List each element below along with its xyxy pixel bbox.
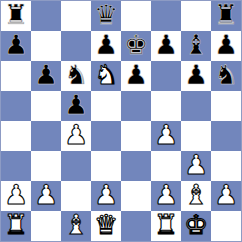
square-d1[interactable]: ♛: [91, 211, 121, 241]
piece-white-pawn[interactable]: ♟: [154, 180, 178, 210]
piece-white-pawn[interactable]: ♟: [94, 180, 118, 210]
square-g2[interactable]: ♝: [181, 181, 211, 211]
piece-white-bishop[interactable]: ♝: [64, 210, 88, 240]
square-a3[interactable]: [1, 151, 31, 181]
piece-black-pawn[interactable]: ♟: [34, 60, 58, 90]
piece-black-pawn[interactable]: ♟: [214, 30, 238, 60]
piece-white-pawn[interactable]: ♟: [184, 150, 208, 180]
square-e7[interactable]: ♚: [121, 31, 151, 61]
piece-black-pawn[interactable]: ♟: [94, 30, 118, 60]
square-b6[interactable]: ♟: [31, 61, 61, 91]
square-c4[interactable]: ♟: [61, 121, 91, 151]
piece-black-queen[interactable]: ♛: [94, 0, 118, 30]
piece-black-rook[interactable]: ♜: [4, 0, 28, 30]
square-e1[interactable]: [121, 211, 151, 241]
square-h8[interactable]: ♜: [211, 1, 241, 31]
square-h6[interactable]: ♞: [211, 61, 241, 91]
square-b2[interactable]: ♟: [31, 181, 61, 211]
square-f1[interactable]: ♜: [151, 211, 181, 241]
square-f7[interactable]: ♟: [151, 31, 181, 61]
piece-white-pawn[interactable]: ♟: [4, 180, 28, 210]
square-a8[interactable]: ♜: [1, 1, 31, 31]
square-e2[interactable]: [121, 181, 151, 211]
square-d8[interactable]: ♛: [91, 1, 121, 31]
square-e4[interactable]: [121, 121, 151, 151]
piece-black-bishop[interactable]: ♝: [184, 30, 208, 60]
piece-white-pawn[interactable]: ♟: [64, 120, 88, 150]
square-h2[interactable]: ♟: [211, 181, 241, 211]
square-b5[interactable]: [31, 91, 61, 121]
piece-black-pawn[interactable]: ♟: [64, 90, 88, 120]
square-f5[interactable]: [151, 91, 181, 121]
square-c3[interactable]: [61, 151, 91, 181]
piece-white-rook[interactable]: ♜: [154, 210, 178, 240]
square-a5[interactable]: [1, 91, 31, 121]
piece-white-king[interactable]: ♚: [184, 210, 208, 240]
chess-board: ♜♛♜♟♟♚♟♝♟♟♞♞♟♟♞♟♟♟♟♟♟♟♟♝♟♜♝♛♜♚: [0, 0, 242, 242]
piece-white-queen[interactable]: ♛: [94, 210, 118, 240]
square-f6[interactable]: [151, 61, 181, 91]
square-h4[interactable]: [211, 121, 241, 151]
square-a6[interactable]: [1, 61, 31, 91]
square-g3[interactable]: ♟: [181, 151, 211, 181]
piece-black-pawn[interactable]: ♟: [124, 60, 148, 90]
square-d6[interactable]: ♞: [91, 61, 121, 91]
square-b8[interactable]: [31, 1, 61, 31]
square-g4[interactable]: [181, 121, 211, 151]
square-d2[interactable]: ♟: [91, 181, 121, 211]
square-c6[interactable]: ♞: [61, 61, 91, 91]
piece-black-king[interactable]: ♚: [124, 30, 148, 60]
square-h1[interactable]: [211, 211, 241, 241]
square-h3[interactable]: [211, 151, 241, 181]
square-h7[interactable]: ♟: [211, 31, 241, 61]
piece-black-pawn[interactable]: ♟: [4, 30, 28, 60]
square-g6[interactable]: ♟: [181, 61, 211, 91]
square-g7[interactable]: ♝: [181, 31, 211, 61]
square-a2[interactable]: ♟: [1, 181, 31, 211]
piece-white-pawn[interactable]: ♟: [34, 180, 58, 210]
square-b4[interactable]: [31, 121, 61, 151]
piece-white-rook[interactable]: ♜: [4, 210, 28, 240]
piece-black-knight[interactable]: ♞: [214, 60, 238, 90]
square-g8[interactable]: [181, 1, 211, 31]
square-b7[interactable]: [31, 31, 61, 61]
piece-white-pawn[interactable]: ♟: [214, 180, 238, 210]
piece-white-bishop[interactable]: ♝: [184, 180, 208, 210]
square-f2[interactable]: ♟: [151, 181, 181, 211]
square-c2[interactable]: [61, 181, 91, 211]
square-e3[interactable]: [121, 151, 151, 181]
square-e8[interactable]: [121, 1, 151, 31]
piece-black-pawn[interactable]: ♟: [184, 60, 208, 90]
square-d5[interactable]: [91, 91, 121, 121]
piece-black-knight[interactable]: ♞: [64, 60, 88, 90]
square-d4[interactable]: [91, 121, 121, 151]
square-d7[interactable]: ♟: [91, 31, 121, 61]
square-b3[interactable]: [31, 151, 61, 181]
square-f8[interactable]: [151, 1, 181, 31]
square-a4[interactable]: [1, 121, 31, 151]
piece-white-pawn[interactable]: ♟: [154, 120, 178, 150]
piece-black-pawn[interactable]: ♟: [154, 30, 178, 60]
square-a7[interactable]: ♟: [1, 31, 31, 61]
square-e5[interactable]: [121, 91, 151, 121]
square-g5[interactable]: [181, 91, 211, 121]
square-a1[interactable]: ♜: [1, 211, 31, 241]
piece-black-rook[interactable]: ♜: [214, 0, 238, 30]
square-e6[interactable]: ♟: [121, 61, 151, 91]
square-c1[interactable]: ♝: [61, 211, 91, 241]
square-c8[interactable]: [61, 1, 91, 31]
square-f3[interactable]: [151, 151, 181, 181]
board-wrapper: ♜♛♜♟♟♚♟♝♟♟♞♞♟♟♞♟♟♟♟♟♟♟♟♝♟♜♝♛♜♚: [0, 0, 242, 242]
square-b1[interactable]: [31, 211, 61, 241]
square-c7[interactable]: [61, 31, 91, 61]
square-d3[interactable]: [91, 151, 121, 181]
square-c5[interactable]: ♟: [61, 91, 91, 121]
piece-white-knight[interactable]: ♞: [94, 60, 118, 90]
square-h5[interactable]: [211, 91, 241, 121]
square-f4[interactable]: ♟: [151, 121, 181, 151]
square-g1[interactable]: ♚: [181, 211, 211, 241]
